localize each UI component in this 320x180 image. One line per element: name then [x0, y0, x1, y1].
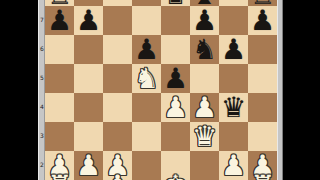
white-pawn-g2[interactable]: ♟ [221, 151, 246, 180]
rank-label-5: 5 [39, 74, 45, 81]
white-rook-a1[interactable]: ♜ [47, 171, 72, 180]
black-pawn-d6[interactable]: ♟ [134, 35, 159, 64]
square-e7[interactable] [161, 6, 190, 35]
square-f4[interactable]: ♟ [190, 93, 219, 122]
rank-label-6: 6 [39, 45, 45, 52]
black-pawn-b7[interactable]: ♟ [76, 6, 101, 35]
square-b5[interactable] [74, 64, 103, 93]
square-g6[interactable]: ♟ [219, 35, 248, 64]
chess-board[interactable]: ♜♚♝♜♟♟♟♟♟♞♟♞♟♟♟♛♛♟♟♟♟♟♜♝♚♜ [45, 0, 277, 180]
white-bishop-c1[interactable]: ♝ [105, 171, 130, 180]
square-d4[interactable] [132, 93, 161, 122]
white-pawn-e4[interactable]: ♟ [163, 93, 188, 122]
square-f6[interactable]: ♞ [190, 35, 219, 64]
square-c4[interactable] [103, 93, 132, 122]
square-h5[interactable] [248, 64, 277, 93]
rank-label-3: 3 [39, 132, 45, 139]
rank-label-2: 2 [39, 161, 45, 168]
square-d2[interactable] [132, 151, 161, 180]
square-c6[interactable] [103, 35, 132, 64]
square-h6[interactable] [248, 35, 277, 64]
square-a5[interactable] [45, 64, 74, 93]
chess-app-window: ♜♚♝♜♟♟♟♟♟♞♟♞♟♟♟♛♛♟♟♟♟♟♜♝♚♜ 765432 [0, 0, 320, 180]
black-pawn-a7[interactable]: ♟ [47, 6, 72, 35]
square-e5[interactable]: ♟ [161, 64, 190, 93]
square-a6[interactable] [45, 35, 74, 64]
black-pawn-e5[interactable]: ♟ [163, 64, 188, 93]
square-f3[interactable]: ♛ [190, 122, 219, 151]
square-f7[interactable]: ♟ [190, 6, 219, 35]
square-d3[interactable] [132, 122, 161, 151]
square-e4[interactable]: ♟ [161, 93, 190, 122]
square-h4[interactable] [248, 93, 277, 122]
square-c3[interactable] [103, 122, 132, 151]
white-pawn-b2[interactable]: ♟ [76, 151, 101, 180]
white-king-e1[interactable]: ♚ [163, 171, 188, 180]
black-knight-f6[interactable]: ♞ [192, 35, 217, 64]
square-g4[interactable]: ♛ [219, 93, 248, 122]
right-border-strip [277, 0, 283, 180]
square-f5[interactable] [190, 64, 219, 93]
black-pawn-g6[interactable]: ♟ [221, 35, 246, 64]
square-h3[interactable] [248, 122, 277, 151]
square-b7[interactable]: ♟ [74, 6, 103, 35]
square-g3[interactable] [219, 122, 248, 151]
square-e6[interactable] [161, 35, 190, 64]
left-coordinate-strip [38, 0, 45, 180]
square-a4[interactable] [45, 93, 74, 122]
square-d7[interactable] [132, 6, 161, 35]
white-queen-f3[interactable]: ♛ [192, 122, 217, 151]
rank-label-4: 4 [39, 103, 45, 110]
square-h7[interactable]: ♟ [248, 6, 277, 35]
square-c5[interactable] [103, 64, 132, 93]
square-b6[interactable] [74, 35, 103, 64]
square-c7[interactable] [103, 6, 132, 35]
square-g7[interactable] [219, 6, 248, 35]
square-g2[interactable]: ♟ [219, 151, 248, 180]
black-pawn-h7[interactable]: ♟ [250, 6, 275, 35]
square-b2[interactable]: ♟ [74, 151, 103, 180]
white-pawn-f4[interactable]: ♟ [192, 93, 217, 122]
square-e3[interactable] [161, 122, 190, 151]
white-rook-h1[interactable]: ♜ [250, 171, 275, 180]
square-d6[interactable]: ♟ [132, 35, 161, 64]
square-g5[interactable] [219, 64, 248, 93]
rank-label-7: 7 [39, 16, 45, 23]
white-knight-d5[interactable]: ♞ [134, 64, 159, 93]
square-b3[interactable] [74, 122, 103, 151]
black-queen-g4[interactable]: ♛ [221, 93, 246, 122]
black-pawn-f7[interactable]: ♟ [192, 6, 217, 35]
square-d5[interactable]: ♞ [132, 64, 161, 93]
square-a7[interactable]: ♟ [45, 6, 74, 35]
square-b4[interactable] [74, 93, 103, 122]
square-a3[interactable] [45, 122, 74, 151]
square-f2[interactable] [190, 151, 219, 180]
